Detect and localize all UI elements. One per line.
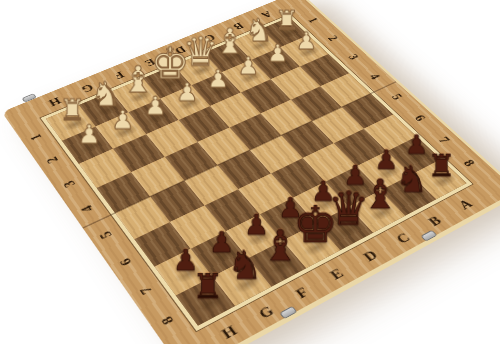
board: HHGGFFEEDDCCBBAA1122334455667788♜♞♝♛♚♝♞♜… [2,0,500,344]
rank-label-left-7: 7 [122,273,171,307]
rank-label-left-4: 4 [65,194,111,224]
rank-label-left-6: 6 [102,246,150,279]
photo-scene: HHGGFFEEDDCCBBAA1122334455667788♜♞♝♛♚♝♞♜… [0,0,500,344]
rank-label-left-1: 1 [15,124,58,150]
rank-label-left-3: 3 [48,169,93,198]
latch-icon-top-edge [22,93,37,102]
black-rook-h8: ♜ [182,270,235,304]
rank-label-left-8: 8 [143,303,193,339]
white-pawn-h2: ♟ [66,121,112,147]
rank-label-left-2: 2 [31,146,75,173]
